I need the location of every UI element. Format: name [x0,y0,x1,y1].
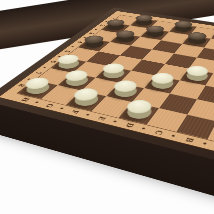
checkers-set-photo: HGFEDCBA12345678◆◆◆◆◆◆◆◆◆◆◆◆◆◆ [0,0,214,214]
stage: HGFEDCBA12345678◆◆◆◆◆◆◆◆◆◆◆◆◆◆ [43,17,201,175]
